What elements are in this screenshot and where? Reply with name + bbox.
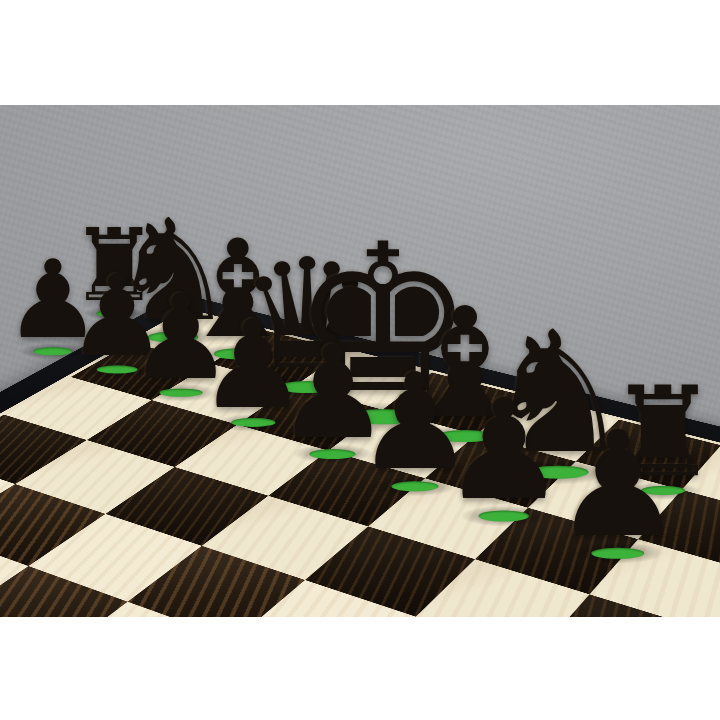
pawn-glyph: ♟ <box>553 411 684 557</box>
felt-base <box>310 449 356 459</box>
felt-base <box>231 418 275 427</box>
felt-base <box>592 548 645 559</box>
pawn-glyph: ♟ <box>442 381 567 520</box>
black-pawn-h7[interactable]: ♟ <box>553 411 684 557</box>
black-pawn-g7[interactable]: ♟ <box>442 381 567 520</box>
felt-base <box>391 481 439 491</box>
pieces-layer: ♜ ♞ ♝ ♛ ♚ ♝ ♞ ♜ ♟ ♟ ♟ ♟ ♟ ♟ ♟ ♟ <box>0 105 720 617</box>
photo-area: ♜ ♞ ♝ ♛ ♚ ♝ ♞ ♜ ♟ ♟ ♟ ♟ ♟ ♟ ♟ ♟ <box>0 105 720 617</box>
product-photo-canvas: ♜ ♞ ♝ ♛ ♚ ♝ ♞ ♜ ♟ ♟ ♟ ♟ ♟ ♟ ♟ ♟ <box>0 0 720 720</box>
felt-base <box>160 388 202 397</box>
